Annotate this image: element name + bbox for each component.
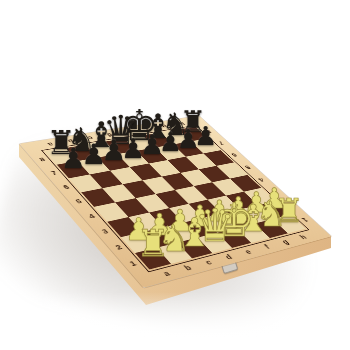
file-label-near-e: e xyxy=(239,246,258,257)
file-label-near-g: g xyxy=(276,237,294,247)
file-label-near-a: a xyxy=(156,268,176,280)
file-label-near-h: h xyxy=(294,232,312,242)
file-label-near-c: c xyxy=(199,257,218,268)
chess-set-photo: 88aa77bb66cc55dd44ee33ff22gg11hh ♜♞♝♚♟♛♟… xyxy=(0,0,350,350)
file-label-near-b: b xyxy=(178,262,198,273)
file-label-near-f: f xyxy=(258,242,277,252)
file-label-near-d: d xyxy=(219,252,238,263)
